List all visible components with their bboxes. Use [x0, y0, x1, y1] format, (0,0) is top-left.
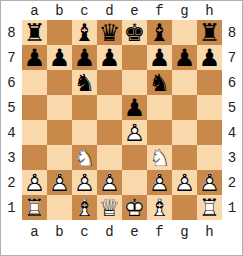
square-d2[interactable]: ♟♙ [97, 170, 122, 195]
black-rook[interactable]: ♜ [22, 20, 47, 45]
black-pawn-glyph: ♟ [147, 45, 172, 70]
white-bishop[interactable]: ♝♗ [72, 195, 97, 220]
file-label-bottom-c: c [72, 220, 97, 244]
file-label-top-b: b [47, 1, 72, 20]
square-b2[interactable]: ♟♙ [47, 170, 72, 195]
white-rook[interactable]: ♜♖ [197, 195, 222, 220]
black-pawn[interactable]: ♟ [72, 45, 97, 70]
square-b3[interactable] [47, 145, 72, 170]
square-h2[interactable]: ♟♙ [197, 170, 222, 195]
black-pawn-glyph: ♟ [97, 45, 122, 70]
white-pawn[interactable]: ♟♙ [147, 170, 172, 195]
square-g4[interactable] [172, 120, 197, 145]
square-g6[interactable] [172, 70, 197, 95]
square-f7[interactable]: ♟ [147, 45, 172, 70]
rank-label-right-4: 4 [222, 120, 242, 145]
black-pawn-glyph: ♟ [47, 45, 72, 70]
file-label-top-f: f [147, 1, 172, 20]
square-f2[interactable]: ♟♙ [147, 170, 172, 195]
square-a5[interactable] [22, 95, 47, 120]
black-pawn[interactable]: ♟ [197, 45, 222, 70]
rank-label-right-8: 8 [222, 20, 242, 45]
rank-label-left-1: 1 [1, 195, 22, 220]
square-b7[interactable]: ♟ [47, 45, 72, 70]
square-b5[interactable] [47, 95, 72, 120]
white-knight[interactable]: ♞♘ [72, 145, 97, 170]
black-king[interactable]: ♚ [122, 20, 147, 45]
square-a8[interactable]: ♜ [22, 20, 47, 45]
square-c5[interactable] [72, 95, 97, 120]
square-f5[interactable] [147, 95, 172, 120]
square-g7[interactable]: ♟ [172, 45, 197, 70]
black-knight[interactable]: ♞ [72, 70, 97, 95]
corner-spacer [1, 220, 22, 244]
file-label-bottom-a: a [22, 220, 47, 244]
square-d8[interactable]: ♛ [97, 20, 122, 45]
square-e5[interactable]: ♟ [122, 95, 147, 120]
black-knight-glyph: ♞ [147, 70, 172, 95]
rank-label-right-6: 6 [222, 70, 242, 95]
black-rook[interactable]: ♜ [197, 20, 222, 45]
file-label-top-e: e [122, 1, 147, 20]
square-h1[interactable]: ♜♖ [197, 195, 222, 220]
square-g1[interactable] [172, 195, 197, 220]
black-bishop-glyph: ♝ [147, 20, 172, 45]
square-a4[interactable] [22, 120, 47, 145]
white-pawn-outline: ♙ [122, 120, 147, 145]
rank-label-left-2: 2 [1, 170, 22, 195]
black-pawn[interactable]: ♟ [97, 45, 122, 70]
black-king-glyph: ♚ [122, 20, 147, 45]
rank-label-left-7: 7 [1, 45, 22, 70]
file-label-top-g: g [172, 1, 197, 20]
square-d3[interactable] [97, 145, 122, 170]
file-label-bottom-e: e [122, 220, 147, 244]
rank-label-right-5: 5 [222, 95, 242, 120]
white-rook-outline: ♖ [197, 195, 222, 220]
file-label-top-a: a [22, 1, 47, 20]
square-d5[interactable] [97, 95, 122, 120]
square-a1[interactable]: ♜♖ [22, 195, 47, 220]
rank-label-right-1: 1 [222, 195, 242, 220]
black-pawn-glyph: ♟ [22, 45, 47, 70]
square-e7[interactable] [122, 45, 147, 70]
white-pawn[interactable]: ♟♙ [172, 170, 197, 195]
white-pawn[interactable]: ♟♙ [22, 170, 47, 195]
white-knight-outline: ♘ [147, 145, 172, 170]
white-pawn-outline: ♙ [47, 170, 72, 195]
square-h6[interactable] [197, 70, 222, 95]
square-g3[interactable] [172, 145, 197, 170]
square-c4[interactable] [72, 120, 97, 145]
square-c7[interactable]: ♟ [72, 45, 97, 70]
black-pawn[interactable]: ♟ [147, 45, 172, 70]
square-e4[interactable]: ♟♙ [122, 120, 147, 145]
file-label-bottom-h: h [197, 220, 222, 244]
black-bishop[interactable]: ♝ [72, 20, 97, 45]
square-d6[interactable] [97, 70, 122, 95]
white-pawn[interactable]: ♟♙ [97, 170, 122, 195]
rank-label-right-3: 3 [222, 145, 242, 170]
white-pawn-outline: ♙ [172, 170, 197, 195]
square-c1[interactable]: ♝♗ [72, 195, 97, 220]
square-b1[interactable] [47, 195, 72, 220]
white-pawn-outline: ♙ [72, 170, 97, 195]
white-king[interactable]: ♚♔ [122, 195, 147, 220]
rank-label-left-8: 8 [1, 20, 22, 45]
white-pawn[interactable]: ♟♙ [47, 170, 72, 195]
white-knight[interactable]: ♞♘ [147, 145, 172, 170]
black-rook-glyph: ♜ [197, 20, 222, 45]
corner-spacer [222, 1, 242, 20]
black-pawn[interactable]: ♟ [22, 45, 47, 70]
square-a2[interactable]: ♟♙ [22, 170, 47, 195]
rank-label-left-3: 3 [1, 145, 22, 170]
white-pawn[interactable]: ♟♙ [197, 170, 222, 195]
square-e3[interactable] [122, 145, 147, 170]
black-pawn[interactable]: ♟ [122, 95, 147, 120]
file-label-top-c: c [72, 1, 97, 20]
file-label-bottom-f: f [147, 220, 172, 244]
square-g2[interactable]: ♟♙ [172, 170, 197, 195]
white-queen-outline: ♕ [97, 195, 122, 220]
black-knight[interactable]: ♞ [147, 70, 172, 95]
rank-label-right-7: 7 [222, 45, 242, 70]
file-label-bottom-b: b [47, 220, 72, 244]
square-d4[interactable] [97, 120, 122, 145]
square-g5[interactable] [172, 95, 197, 120]
square-h7[interactable]: ♟ [197, 45, 222, 70]
white-knight-outline: ♘ [72, 145, 97, 170]
black-rook-glyph: ♜ [22, 20, 47, 45]
white-pawn[interactable]: ♟♙ [72, 170, 97, 195]
square-c8[interactable]: ♝ [72, 20, 97, 45]
square-h4[interactable] [197, 120, 222, 145]
board-grid: abcdefgh8♜♝♛♚♝♜87♟♟♟♟♟♟♟76♞♞65♟54♟♙43♞♘♞… [1, 1, 242, 244]
file-label-bottom-d: d [97, 220, 122, 244]
square-c6[interactable]: ♞ [72, 70, 97, 95]
white-pawn-outline: ♙ [197, 170, 222, 195]
white-pawn[interactable]: ♟♙ [122, 120, 147, 145]
square-b8[interactable] [47, 20, 72, 45]
black-bishop-glyph: ♝ [72, 20, 97, 45]
square-f1[interactable]: ♝♗ [147, 195, 172, 220]
black-pawn-glyph: ♟ [72, 45, 97, 70]
file-label-bottom-g: g [172, 220, 197, 244]
square-h5[interactable] [197, 95, 222, 120]
white-queen[interactable]: ♛♕ [97, 195, 122, 220]
black-pawn-glyph: ♟ [122, 95, 147, 120]
white-bishop[interactable]: ♝♗ [147, 195, 172, 220]
square-e8[interactable]: ♚ [122, 20, 147, 45]
square-f3[interactable]: ♞♘ [147, 145, 172, 170]
square-e2[interactable] [122, 170, 147, 195]
file-label-top-h: h [197, 1, 222, 20]
white-king-outline: ♔ [122, 195, 147, 220]
square-c3[interactable]: ♞♘ [72, 145, 97, 170]
black-queen-glyph: ♛ [97, 20, 122, 45]
black-knight-glyph: ♞ [72, 70, 97, 95]
square-d7[interactable]: ♟ [97, 45, 122, 70]
square-a3[interactable] [22, 145, 47, 170]
black-pawn[interactable]: ♟ [47, 45, 72, 70]
black-bishop[interactable]: ♝ [147, 20, 172, 45]
square-b6[interactable] [47, 70, 72, 95]
square-h8[interactable]: ♜ [197, 20, 222, 45]
chess-board-diagram: abcdefgh8♜♝♛♚♝♜87♟♟♟♟♟♟♟76♞♞65♟54♟♙43♞♘♞… [0, 0, 243, 256]
square-a7[interactable]: ♟ [22, 45, 47, 70]
square-c2[interactable]: ♟♙ [72, 170, 97, 195]
corner-spacer [222, 220, 242, 244]
rank-label-left-5: 5 [1, 95, 22, 120]
rank-label-left-6: 6 [1, 70, 22, 95]
square-f6[interactable]: ♞ [147, 70, 172, 95]
square-e1[interactable]: ♚♔ [122, 195, 147, 220]
white-bishop-outline: ♗ [147, 195, 172, 220]
black-queen[interactable]: ♛ [97, 20, 122, 45]
square-e6[interactable] [122, 70, 147, 95]
rank-label-right-2: 2 [222, 170, 242, 195]
square-h3[interactable] [197, 145, 222, 170]
square-b4[interactable] [47, 120, 72, 145]
corner-spacer [1, 1, 22, 20]
white-rook-outline: ♖ [22, 195, 47, 220]
black-pawn-glyph: ♟ [172, 45, 197, 70]
white-pawn-outline: ♙ [97, 170, 122, 195]
white-rook[interactable]: ♜♖ [22, 195, 47, 220]
white-pawn-outline: ♙ [147, 170, 172, 195]
white-bishop-outline: ♗ [72, 195, 97, 220]
square-d1[interactable]: ♛♕ [97, 195, 122, 220]
rank-label-left-4: 4 [1, 120, 22, 145]
white-pawn-outline: ♙ [22, 170, 47, 195]
square-g8[interactable] [172, 20, 197, 45]
square-f8[interactable]: ♝ [147, 20, 172, 45]
square-f4[interactable] [147, 120, 172, 145]
file-label-top-d: d [97, 1, 122, 20]
black-pawn[interactable]: ♟ [172, 45, 197, 70]
black-pawn-glyph: ♟ [197, 45, 222, 70]
square-a6[interactable] [22, 70, 47, 95]
